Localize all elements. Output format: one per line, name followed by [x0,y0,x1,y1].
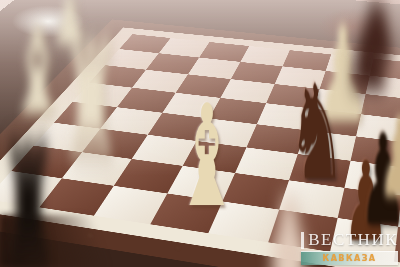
watermark-vestnik-kavkaza: ВЕСТНИК КАВКАЗА [301,230,398,265]
watermark-title: ВЕСТНИК [308,230,398,250]
black-rook-foreground: ♜ [0,126,58,267]
white-bishop-center: ♝ [174,86,240,227]
watermark-subtitle: КАВКАЗА [323,254,377,263]
chess-photo-scene: ♝♟♜♝♟♞♞♟♟♟♜♟ bcd ВЕСТНИК КАВКАЗА [0,0,400,267]
board-coordinate-label: b [88,232,94,239]
white-rook-left: ♜ [60,21,123,182]
white-pawn-right-edge: ♟ [378,102,400,212]
watermark-bar [301,232,304,249]
watermark-band: КАВКАЗА [301,251,398,265]
